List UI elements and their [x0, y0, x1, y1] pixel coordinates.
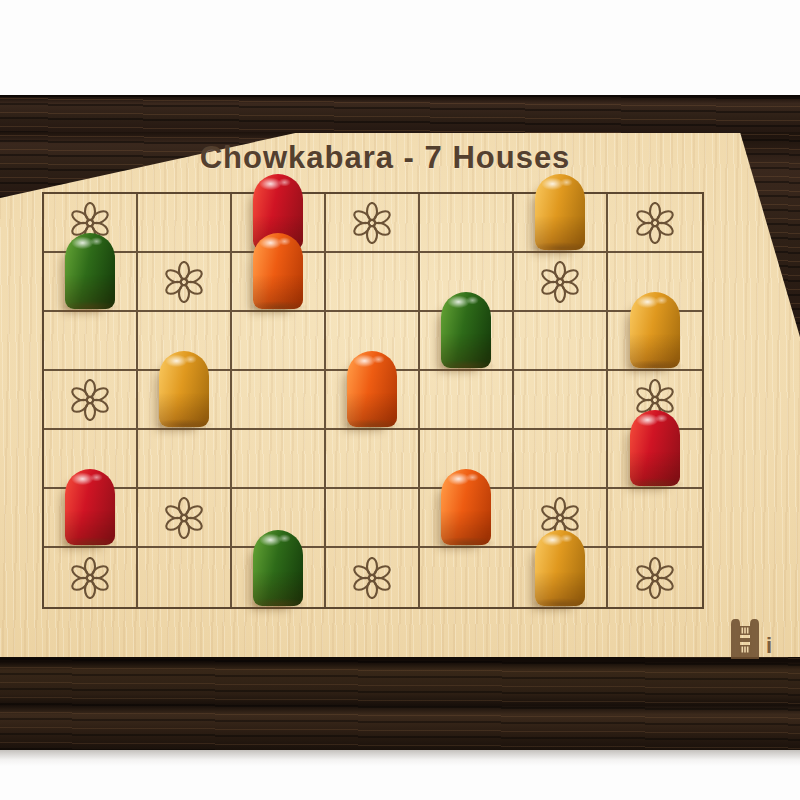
- pawn-red[interactable]: [630, 410, 680, 486]
- cell-r3c7[interactable]: [608, 312, 702, 371]
- pawn-yellow[interactable]: [535, 530, 585, 606]
- safe-house-flower-icon: [514, 253, 606, 310]
- cell-r6c4[interactable]: [326, 489, 420, 548]
- cell-r3c6[interactable]: [514, 312, 608, 371]
- safe-house-flower-icon: [326, 548, 418, 607]
- cell-r7c3[interactable]: [232, 548, 326, 607]
- cell-r1c6[interactable]: [514, 194, 608, 253]
- pawn-green[interactable]: [441, 292, 491, 368]
- cell-r2c2[interactable]: [138, 253, 232, 312]
- cell-r4c1[interactable]: [44, 371, 138, 430]
- cell-r7c6[interactable]: [514, 548, 608, 607]
- cell-r1c5[interactable]: [420, 194, 514, 253]
- cell-r7c4[interactable]: [326, 548, 420, 607]
- cell-r6c7[interactable]: [608, 489, 702, 548]
- cell-r3c3[interactable]: [232, 312, 326, 371]
- pawn-red[interactable]: [65, 469, 115, 545]
- safe-house-flower-icon: [138, 253, 230, 310]
- safe-house-flower-icon: [326, 194, 418, 251]
- cell-r1c7[interactable]: [608, 194, 702, 253]
- cell-r7c2[interactable]: [138, 548, 232, 607]
- pawn-yellow[interactable]: [630, 292, 680, 368]
- safe-house-flower-icon: [138, 489, 230, 546]
- cell-r1c4[interactable]: [326, 194, 420, 253]
- safe-house-flower-icon: [44, 548, 136, 607]
- tray-frame-bottom: [0, 657, 800, 750]
- safe-house-flower-icon: [608, 194, 702, 251]
- cell-r6c5[interactable]: [420, 489, 514, 548]
- pawn-green[interactable]: [65, 233, 115, 309]
- logo-letter: i: [766, 635, 772, 660]
- board-title: Chowkabara - 7 Houses: [0, 140, 770, 176]
- safe-house-flower-icon: [44, 371, 136, 428]
- cell-r5c6[interactable]: [514, 430, 608, 489]
- cell-r2c4[interactable]: [326, 253, 420, 312]
- cell-r7c1[interactable]: [44, 548, 138, 607]
- cell-r4c4[interactable]: [326, 371, 420, 430]
- cell-r7c7[interactable]: [608, 548, 702, 607]
- tray-frame-top: [0, 95, 800, 133]
- cell-r2c3[interactable]: [232, 253, 326, 312]
- cell-r4c5[interactable]: [420, 371, 514, 430]
- cell-r5c4[interactable]: [326, 430, 420, 489]
- pawn-orange[interactable]: [347, 351, 397, 427]
- cell-r5c2[interactable]: [138, 430, 232, 489]
- cell-r5c7[interactable]: [608, 430, 702, 489]
- pawn-yellow[interactable]: [159, 351, 209, 427]
- pawn-orange[interactable]: [253, 233, 303, 309]
- pawn-green[interactable]: [253, 530, 303, 606]
- board-photo: Chowkabara - 7 Houses: [0, 0, 800, 800]
- cell-r3c1[interactable]: [44, 312, 138, 371]
- cell-r6c1[interactable]: [44, 489, 138, 548]
- tray-shadow: [0, 750, 800, 766]
- pawn-yellow[interactable]: [535, 174, 585, 250]
- cell-r5c3[interactable]: [232, 430, 326, 489]
- cell-r2c1[interactable]: [44, 253, 138, 312]
- cell-r4c6[interactable]: [514, 371, 608, 430]
- cell-r4c2[interactable]: [138, 371, 232, 430]
- board-grid: [42, 192, 704, 609]
- cell-r6c2[interactable]: [138, 489, 232, 548]
- cell-r1c2[interactable]: [138, 194, 232, 253]
- pawn-orange[interactable]: [441, 469, 491, 545]
- safe-house-flower-icon: [608, 548, 702, 607]
- cell-r4c3[interactable]: [232, 371, 326, 430]
- cell-r2c6[interactable]: [514, 253, 608, 312]
- pillar-tower-icon: [730, 618, 760, 660]
- cell-r7c5[interactable]: [420, 548, 514, 607]
- maker-logo: i: [730, 618, 772, 660]
- cell-r3c5[interactable]: [420, 312, 514, 371]
